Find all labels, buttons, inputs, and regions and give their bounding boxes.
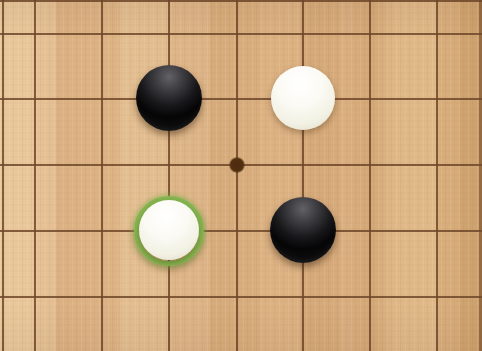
black-stone: ● <box>136 65 202 131</box>
go-board[interactable]: ●○○● <box>0 0 482 351</box>
vertical-grid-line <box>479 0 482 351</box>
horizontal-grid-line <box>0 98 482 100</box>
star-point <box>229 157 245 173</box>
horizontal-grid-line <box>0 0 482 2</box>
vertical-grid-line <box>236 0 238 351</box>
white-stone: ○ <box>139 200 199 260</box>
black-stone-glyph: ● <box>286 194 321 240</box>
horizontal-grid-line <box>0 230 482 232</box>
white-stone-glyph: ○ <box>152 197 187 243</box>
vertical-grid-line <box>436 0 438 351</box>
vertical-grid-line <box>369 0 371 351</box>
horizontal-grid-line <box>0 296 482 298</box>
horizontal-grid-line <box>0 33 482 35</box>
vertical-grid-line <box>101 0 103 351</box>
vertical-grid-line <box>302 0 304 351</box>
vertical-grid-line <box>2 0 4 351</box>
vertical-grid-line <box>168 0 170 351</box>
white-stone-glyph: ○ <box>286 63 321 109</box>
white-stone: ○ <box>271 66 335 130</box>
vertical-grid-line <box>34 0 36 351</box>
black-stone-glyph: ● <box>152 62 187 108</box>
black-stone: ● <box>270 197 336 263</box>
